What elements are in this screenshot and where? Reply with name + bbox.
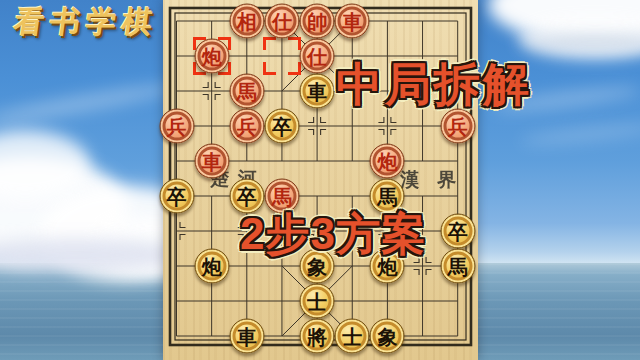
piece-red-cannon: 炮: [194, 39, 229, 74]
xiangqi-board: 楚河 漢界 相仕帥車炮仕馬兵兵兵車炮馬車卒卒卒馬卒炮象炮馬士車將士象: [163, 0, 478, 360]
piece-red-chariot: 車: [335, 4, 370, 39]
piece-red-pawn: 兵: [440, 109, 475, 144]
river-label-right: 漢界: [400, 167, 474, 193]
last-move-origin-marker: [263, 37, 301, 75]
piece-black-chariot: 車: [300, 74, 335, 109]
piece-black-king: 將: [300, 319, 335, 354]
video-frame: 楚河 漢界 相仕帥車炮仕馬兵兵兵車炮馬車卒卒卒馬卒炮象炮馬士車將士象 看书学棋 …: [0, 0, 640, 360]
overlay-title: 中局拆解: [336, 61, 532, 107]
piece-red-pawn: 兵: [229, 109, 264, 144]
piece-black-pawn: 卒: [440, 214, 475, 249]
piece-red-pawn: 兵: [159, 109, 194, 144]
piece-black-advisor: 士: [335, 319, 370, 354]
piece-red-chariot: 車: [194, 144, 229, 179]
piece-red-cannon: 炮: [370, 144, 405, 179]
piece-black-elephant: 象: [370, 319, 405, 354]
channel-watermark: 看书学棋: [11, 2, 161, 43]
piece-black-horse: 馬: [440, 249, 475, 284]
piece-black-advisor: 士: [300, 284, 335, 319]
piece-black-pawn: 卒: [264, 109, 299, 144]
piece-red-king: 帥: [300, 4, 335, 39]
piece-red-advisor: 仕: [300, 39, 335, 74]
piece-red-elephant: 相: [229, 4, 264, 39]
piece-black-pawn: 卒: [159, 179, 194, 214]
piece-black-chariot: 車: [229, 319, 264, 354]
piece-red-horse: 馬: [229, 74, 264, 109]
overlay-subtitle: 2步3方案: [240, 212, 426, 256]
piece-black-cannon: 炮: [194, 249, 229, 284]
piece-red-advisor: 仕: [264, 4, 299, 39]
